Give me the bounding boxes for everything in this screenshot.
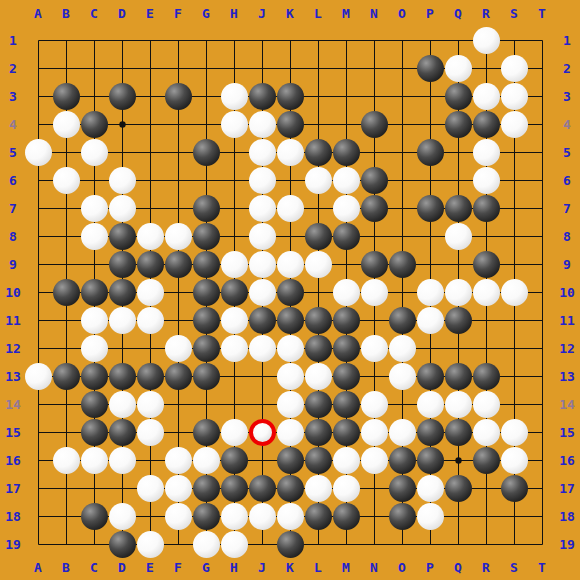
intersection-C5[interactable] — [80, 138, 108, 166]
intersection-N11[interactable] — [360, 306, 388, 334]
intersection-L5[interactable] — [304, 138, 332, 166]
intersection-E17[interactable] — [136, 474, 164, 502]
intersection-C9[interactable] — [80, 250, 108, 278]
intersection-C1[interactable] — [80, 26, 108, 54]
intersection-B1[interactable] — [52, 26, 80, 54]
intersection-E8[interactable] — [136, 222, 164, 250]
intersection-N7[interactable] — [360, 194, 388, 222]
intersection-M3[interactable] — [332, 82, 360, 110]
intersection-A11[interactable] — [24, 306, 52, 334]
intersection-P16[interactable] — [416, 446, 444, 474]
intersection-S3[interactable] — [500, 82, 528, 110]
intersection-J12[interactable] — [248, 334, 276, 362]
intersection-F1[interactable] — [164, 26, 192, 54]
intersection-B6[interactable] — [52, 166, 80, 194]
intersection-K8[interactable] — [276, 222, 304, 250]
intersection-J7[interactable] — [248, 194, 276, 222]
intersection-S18[interactable] — [500, 502, 528, 530]
intersection-F4[interactable] — [164, 110, 192, 138]
intersection-Q10[interactable] — [444, 278, 472, 306]
intersection-K15[interactable] — [276, 418, 304, 446]
intersection-Q3[interactable] — [444, 82, 472, 110]
intersection-S9[interactable] — [500, 250, 528, 278]
intersection-G13[interactable] — [192, 362, 220, 390]
intersection-L17[interactable] — [304, 474, 332, 502]
intersection-E5[interactable] — [136, 138, 164, 166]
intersection-M1[interactable] — [332, 26, 360, 54]
intersection-T12[interactable] — [528, 334, 556, 362]
intersection-C10[interactable] — [80, 278, 108, 306]
intersection-O9[interactable] — [388, 250, 416, 278]
intersection-F3[interactable] — [164, 82, 192, 110]
intersection-D15[interactable] — [108, 418, 136, 446]
intersection-P4[interactable] — [416, 110, 444, 138]
intersection-S19[interactable] — [500, 530, 528, 558]
intersection-A9[interactable] — [24, 250, 52, 278]
intersection-F7[interactable] — [164, 194, 192, 222]
intersection-K11[interactable] — [276, 306, 304, 334]
intersection-A13[interactable] — [24, 362, 52, 390]
intersection-D19[interactable] — [108, 530, 136, 558]
intersection-N16[interactable] — [360, 446, 388, 474]
intersection-E15[interactable] — [136, 418, 164, 446]
intersection-N10[interactable] — [360, 278, 388, 306]
intersection-M5[interactable] — [332, 138, 360, 166]
intersection-F14[interactable] — [164, 390, 192, 418]
intersection-E3[interactable] — [136, 82, 164, 110]
intersection-F19[interactable] — [164, 530, 192, 558]
intersection-D7[interactable] — [108, 194, 136, 222]
intersection-L3[interactable] — [304, 82, 332, 110]
intersection-Q8[interactable] — [444, 222, 472, 250]
intersection-N8[interactable] — [360, 222, 388, 250]
intersection-O4[interactable] — [388, 110, 416, 138]
intersection-K17[interactable] — [276, 474, 304, 502]
intersection-K6[interactable] — [276, 166, 304, 194]
intersection-J6[interactable] — [248, 166, 276, 194]
intersection-N1[interactable] — [360, 26, 388, 54]
intersection-R7[interactable] — [472, 194, 500, 222]
intersection-Q17[interactable] — [444, 474, 472, 502]
intersection-S14[interactable] — [500, 390, 528, 418]
intersection-R19[interactable] — [472, 530, 500, 558]
intersection-J8[interactable] — [248, 222, 276, 250]
intersection-L16[interactable] — [304, 446, 332, 474]
intersection-A17[interactable] — [24, 474, 52, 502]
intersection-E2[interactable] — [136, 54, 164, 82]
intersection-O19[interactable] — [388, 530, 416, 558]
intersection-S8[interactable] — [500, 222, 528, 250]
intersection-S11[interactable] — [500, 306, 528, 334]
intersection-E12[interactable] — [136, 334, 164, 362]
intersection-N5[interactable] — [360, 138, 388, 166]
intersection-A8[interactable] — [24, 222, 52, 250]
intersection-E18[interactable] — [136, 502, 164, 530]
intersection-L9[interactable] — [304, 250, 332, 278]
intersection-N17[interactable] — [360, 474, 388, 502]
intersection-J10[interactable] — [248, 278, 276, 306]
intersection-F17[interactable] — [164, 474, 192, 502]
intersection-A19[interactable] — [24, 530, 52, 558]
intersection-P5[interactable] — [416, 138, 444, 166]
intersection-H12[interactable] — [220, 334, 248, 362]
intersection-G11[interactable] — [192, 306, 220, 334]
intersection-O10[interactable] — [388, 278, 416, 306]
intersection-D3[interactable] — [108, 82, 136, 110]
intersection-C6[interactable] — [80, 166, 108, 194]
intersection-F9[interactable] — [164, 250, 192, 278]
intersection-R10[interactable] — [472, 278, 500, 306]
intersection-C16[interactable] — [80, 446, 108, 474]
intersection-T8[interactable] — [528, 222, 556, 250]
intersection-H15[interactable] — [220, 418, 248, 446]
intersection-O16[interactable] — [388, 446, 416, 474]
intersection-G19[interactable] — [192, 530, 220, 558]
intersection-R5[interactable] — [472, 138, 500, 166]
intersection-C3[interactable] — [80, 82, 108, 110]
intersection-R4[interactable] — [472, 110, 500, 138]
intersection-J13[interactable] — [248, 362, 276, 390]
intersection-G6[interactable] — [192, 166, 220, 194]
intersection-F13[interactable] — [164, 362, 192, 390]
intersection-J5[interactable] — [248, 138, 276, 166]
intersection-E14[interactable] — [136, 390, 164, 418]
intersection-O12[interactable] — [388, 334, 416, 362]
intersection-H5[interactable] — [220, 138, 248, 166]
intersection-N2[interactable] — [360, 54, 388, 82]
intersection-B7[interactable] — [52, 194, 80, 222]
intersection-H13[interactable] — [220, 362, 248, 390]
intersection-M10[interactable] — [332, 278, 360, 306]
intersection-A18[interactable] — [24, 502, 52, 530]
intersection-G16[interactable] — [192, 446, 220, 474]
intersection-Q14[interactable] — [444, 390, 472, 418]
intersection-C12[interactable] — [80, 334, 108, 362]
intersection-L15[interactable] — [304, 418, 332, 446]
intersection-S15[interactable] — [500, 418, 528, 446]
intersection-M12[interactable] — [332, 334, 360, 362]
intersection-K19[interactable] — [276, 530, 304, 558]
intersection-R14[interactable] — [472, 390, 500, 418]
intersection-B13[interactable] — [52, 362, 80, 390]
intersection-B17[interactable] — [52, 474, 80, 502]
intersection-Q4[interactable] — [444, 110, 472, 138]
intersection-J19[interactable] — [248, 530, 276, 558]
intersection-A2[interactable] — [24, 54, 52, 82]
intersection-G15[interactable] — [192, 418, 220, 446]
intersection-T11[interactable] — [528, 306, 556, 334]
intersection-F12[interactable] — [164, 334, 192, 362]
intersection-P7[interactable] — [416, 194, 444, 222]
intersection-D1[interactable] — [108, 26, 136, 54]
intersection-P2[interactable] — [416, 54, 444, 82]
intersection-O8[interactable] — [388, 222, 416, 250]
intersection-T2[interactable] — [528, 54, 556, 82]
intersection-H9[interactable] — [220, 250, 248, 278]
intersection-L12[interactable] — [304, 334, 332, 362]
intersection-C18[interactable] — [80, 502, 108, 530]
intersection-T1[interactable] — [528, 26, 556, 54]
intersection-Q9[interactable] — [444, 250, 472, 278]
intersection-S5[interactable] — [500, 138, 528, 166]
intersection-L14[interactable] — [304, 390, 332, 418]
intersection-L2[interactable] — [304, 54, 332, 82]
intersection-C4[interactable] — [80, 110, 108, 138]
intersection-M15[interactable] — [332, 418, 360, 446]
intersection-L8[interactable] — [304, 222, 332, 250]
intersection-H8[interactable] — [220, 222, 248, 250]
intersection-K1[interactable] — [276, 26, 304, 54]
intersection-H3[interactable] — [220, 82, 248, 110]
intersection-O7[interactable] — [388, 194, 416, 222]
intersection-T6[interactable] — [528, 166, 556, 194]
intersection-F11[interactable] — [164, 306, 192, 334]
intersection-T4[interactable] — [528, 110, 556, 138]
intersection-J3[interactable] — [248, 82, 276, 110]
intersection-M8[interactable] — [332, 222, 360, 250]
intersection-Q16[interactable] — [444, 446, 472, 474]
intersection-R3[interactable] — [472, 82, 500, 110]
intersection-S2[interactable] — [500, 54, 528, 82]
intersection-F8[interactable] — [164, 222, 192, 250]
intersection-H2[interactable] — [220, 54, 248, 82]
intersection-A15[interactable] — [24, 418, 52, 446]
intersection-A3[interactable] — [24, 82, 52, 110]
intersection-E19[interactable] — [136, 530, 164, 558]
intersection-J9[interactable] — [248, 250, 276, 278]
intersection-B15[interactable] — [52, 418, 80, 446]
intersection-L19[interactable] — [304, 530, 332, 558]
intersection-K3[interactable] — [276, 82, 304, 110]
intersection-L4[interactable] — [304, 110, 332, 138]
intersection-F6[interactable] — [164, 166, 192, 194]
intersection-C11[interactable] — [80, 306, 108, 334]
intersection-M13[interactable] — [332, 362, 360, 390]
intersection-B11[interactable] — [52, 306, 80, 334]
intersection-N4[interactable] — [360, 110, 388, 138]
intersection-J17[interactable] — [248, 474, 276, 502]
intersection-A10[interactable] — [24, 278, 52, 306]
intersection-N19[interactable] — [360, 530, 388, 558]
intersection-K16[interactable] — [276, 446, 304, 474]
intersection-S7[interactable] — [500, 194, 528, 222]
intersection-P3[interactable] — [416, 82, 444, 110]
intersection-B16[interactable] — [52, 446, 80, 474]
intersection-O15[interactable] — [388, 418, 416, 446]
intersection-K18[interactable] — [276, 502, 304, 530]
intersection-M14[interactable] — [332, 390, 360, 418]
intersection-D13[interactable] — [108, 362, 136, 390]
intersection-A5[interactable] — [24, 138, 52, 166]
intersection-M19[interactable] — [332, 530, 360, 558]
intersection-G18[interactable] — [192, 502, 220, 530]
intersection-D5[interactable] — [108, 138, 136, 166]
intersection-K4[interactable] — [276, 110, 304, 138]
intersection-Q15[interactable] — [444, 418, 472, 446]
intersection-C19[interactable] — [80, 530, 108, 558]
intersection-A12[interactable] — [24, 334, 52, 362]
intersection-G9[interactable] — [192, 250, 220, 278]
intersection-P8[interactable] — [416, 222, 444, 250]
intersection-R2[interactable] — [472, 54, 500, 82]
intersection-L13[interactable] — [304, 362, 332, 390]
intersection-N15[interactable] — [360, 418, 388, 446]
intersection-S1[interactable] — [500, 26, 528, 54]
intersection-D12[interactable] — [108, 334, 136, 362]
intersection-P19[interactable] — [416, 530, 444, 558]
intersection-M6[interactable] — [332, 166, 360, 194]
intersection-S12[interactable] — [500, 334, 528, 362]
intersection-A7[interactable] — [24, 194, 52, 222]
intersection-K7[interactable] — [276, 194, 304, 222]
intersection-R15[interactable] — [472, 418, 500, 446]
intersection-H19[interactable] — [220, 530, 248, 558]
intersection-B5[interactable] — [52, 138, 80, 166]
intersection-N3[interactable] — [360, 82, 388, 110]
intersection-E1[interactable] — [136, 26, 164, 54]
intersection-O18[interactable] — [388, 502, 416, 530]
intersection-G2[interactable] — [192, 54, 220, 82]
intersection-T5[interactable] — [528, 138, 556, 166]
intersection-O3[interactable] — [388, 82, 416, 110]
intersection-R9[interactable] — [472, 250, 500, 278]
intersection-M7[interactable] — [332, 194, 360, 222]
intersection-P14[interactable] — [416, 390, 444, 418]
intersection-N14[interactable] — [360, 390, 388, 418]
intersection-B14[interactable] — [52, 390, 80, 418]
intersection-R6[interactable] — [472, 166, 500, 194]
intersection-F5[interactable] — [164, 138, 192, 166]
intersection-O14[interactable] — [388, 390, 416, 418]
intersection-J2[interactable] — [248, 54, 276, 82]
intersection-J15[interactable] — [248, 418, 276, 446]
intersection-H7[interactable] — [220, 194, 248, 222]
intersection-C15[interactable] — [80, 418, 108, 446]
intersection-Q13[interactable] — [444, 362, 472, 390]
intersection-D6[interactable] — [108, 166, 136, 194]
intersection-N9[interactable] — [360, 250, 388, 278]
intersection-E16[interactable] — [136, 446, 164, 474]
intersection-E9[interactable] — [136, 250, 164, 278]
intersection-E13[interactable] — [136, 362, 164, 390]
intersection-R16[interactable] — [472, 446, 500, 474]
intersection-M17[interactable] — [332, 474, 360, 502]
intersection-D4[interactable] — [108, 110, 136, 138]
intersection-K2[interactable] — [276, 54, 304, 82]
intersection-F2[interactable] — [164, 54, 192, 82]
intersection-B18[interactable] — [52, 502, 80, 530]
intersection-Q1[interactable] — [444, 26, 472, 54]
intersection-K13[interactable] — [276, 362, 304, 390]
intersection-S17[interactable] — [500, 474, 528, 502]
intersection-C2[interactable] — [80, 54, 108, 82]
intersection-H17[interactable] — [220, 474, 248, 502]
intersection-B3[interactable] — [52, 82, 80, 110]
intersection-G5[interactable] — [192, 138, 220, 166]
intersection-T7[interactable] — [528, 194, 556, 222]
intersection-L6[interactable] — [304, 166, 332, 194]
intersection-P1[interactable] — [416, 26, 444, 54]
intersection-D8[interactable] — [108, 222, 136, 250]
intersection-L7[interactable] — [304, 194, 332, 222]
intersection-H10[interactable] — [220, 278, 248, 306]
intersection-L10[interactable] — [304, 278, 332, 306]
intersection-Q18[interactable] — [444, 502, 472, 530]
intersection-B12[interactable] — [52, 334, 80, 362]
intersection-B9[interactable] — [52, 250, 80, 278]
intersection-J14[interactable] — [248, 390, 276, 418]
intersection-M18[interactable] — [332, 502, 360, 530]
intersection-D17[interactable] — [108, 474, 136, 502]
intersection-B4[interactable] — [52, 110, 80, 138]
intersection-J16[interactable] — [248, 446, 276, 474]
intersection-H6[interactable] — [220, 166, 248, 194]
intersection-R13[interactable] — [472, 362, 500, 390]
intersection-K10[interactable] — [276, 278, 304, 306]
intersection-P10[interactable] — [416, 278, 444, 306]
intersection-D10[interactable] — [108, 278, 136, 306]
intersection-C13[interactable] — [80, 362, 108, 390]
intersection-T19[interactable] — [528, 530, 556, 558]
intersection-S6[interactable] — [500, 166, 528, 194]
intersection-O5[interactable] — [388, 138, 416, 166]
intersection-S4[interactable] — [500, 110, 528, 138]
intersection-R11[interactable] — [472, 306, 500, 334]
intersection-R1[interactable] — [472, 26, 500, 54]
intersection-E10[interactable] — [136, 278, 164, 306]
intersection-E7[interactable] — [136, 194, 164, 222]
intersection-Q2[interactable] — [444, 54, 472, 82]
intersection-T18[interactable] — [528, 502, 556, 530]
intersection-L1[interactable] — [304, 26, 332, 54]
intersection-M9[interactable] — [332, 250, 360, 278]
intersection-A16[interactable] — [24, 446, 52, 474]
intersection-F18[interactable] — [164, 502, 192, 530]
intersection-J11[interactable] — [248, 306, 276, 334]
intersection-T16[interactable] — [528, 446, 556, 474]
intersection-E4[interactable] — [136, 110, 164, 138]
intersection-P12[interactable] — [416, 334, 444, 362]
intersection-N6[interactable] — [360, 166, 388, 194]
intersection-P6[interactable] — [416, 166, 444, 194]
intersection-R12[interactable] — [472, 334, 500, 362]
intersection-H4[interactable] — [220, 110, 248, 138]
intersection-F16[interactable] — [164, 446, 192, 474]
intersection-G4[interactable] — [192, 110, 220, 138]
intersection-G12[interactable] — [192, 334, 220, 362]
intersection-G7[interactable] — [192, 194, 220, 222]
intersection-R8[interactable] — [472, 222, 500, 250]
intersection-M11[interactable] — [332, 306, 360, 334]
intersection-B19[interactable] — [52, 530, 80, 558]
intersection-D2[interactable] — [108, 54, 136, 82]
intersection-P11[interactable] — [416, 306, 444, 334]
intersection-A6[interactable] — [24, 166, 52, 194]
intersection-Q6[interactable] — [444, 166, 472, 194]
intersection-O6[interactable] — [388, 166, 416, 194]
intersection-B10[interactable] — [52, 278, 80, 306]
intersection-G14[interactable] — [192, 390, 220, 418]
intersection-A1[interactable] — [24, 26, 52, 54]
intersection-J1[interactable] — [248, 26, 276, 54]
intersection-N12[interactable] — [360, 334, 388, 362]
intersection-R18[interactable] — [472, 502, 500, 530]
intersection-G17[interactable] — [192, 474, 220, 502]
intersection-T3[interactable] — [528, 82, 556, 110]
intersection-G1[interactable] — [192, 26, 220, 54]
intersection-D14[interactable] — [108, 390, 136, 418]
intersection-C14[interactable] — [80, 390, 108, 418]
